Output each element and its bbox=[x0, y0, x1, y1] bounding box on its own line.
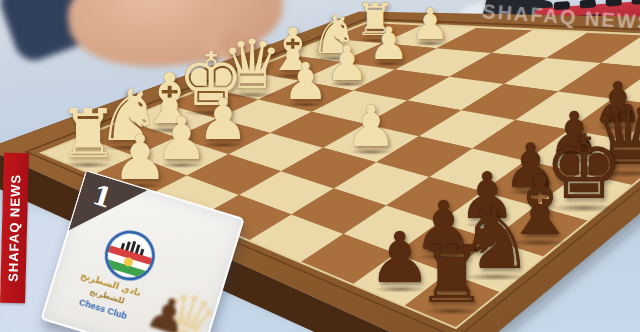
shafaq-news-banner: SHAFAQ NEWS bbox=[0, 153, 29, 304]
board-number: 1 bbox=[89, 179, 116, 214]
tournament-photo: ♜♟♞♟♝♟♛♟♟♜♚♟♞♝♟♟♟♝♞♟♟♛♜♟♟♚♟♝♟♞♟♜ 1 نادي … bbox=[0, 0, 640, 332]
banner-text: SHAFAQ NEWS bbox=[6, 174, 24, 282]
